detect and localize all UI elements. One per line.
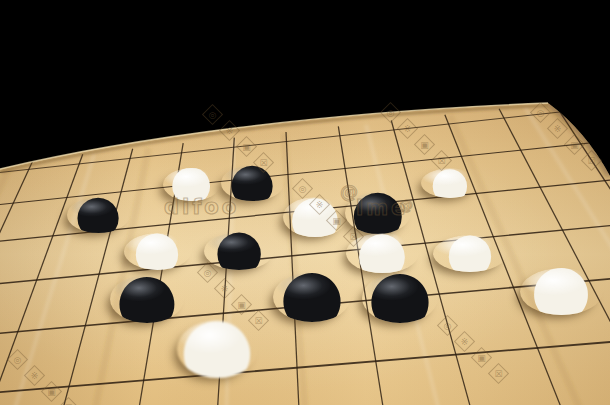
go-board[interactable] xyxy=(0,0,610,405)
go-scene: ●●●●●●●●●●●●●●● ◎※▣☒◎※▣☒◎※▣☒◎※▣☒◎※▣☒◎※▣☒… xyxy=(0,0,610,405)
